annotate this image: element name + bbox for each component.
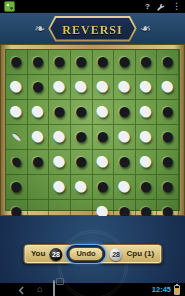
board-cell-a3[interactable]: ● [6,100,28,125]
android-status-bar: ? ⋮ [0,0,185,13]
white-disc: ● [160,74,175,98]
white-disc: ● [9,74,24,98]
reversi-app-screen: ? ⋮ ❧ REVERSI ❧ ●●●●●●●●●●●●●●●●●●●●●●●●… [0,0,185,296]
cpu-score-disc: 28 [110,248,123,261]
white-disc: ● [117,74,132,98]
white-disc: ● [9,99,24,123]
black-disc: ● [9,49,24,73]
black-disc: ● [139,49,154,73]
white-disc: ● [52,124,67,148]
white-disc: ● [96,74,111,98]
undo-button[interactable]: Undo [68,247,103,261]
page-title: REVERSI [62,23,122,37]
help-icon[interactable]: ? [145,3,150,11]
white-disc: ● [31,99,46,123]
score-bar: You 28 Undo 28 Cpu (1) [23,244,162,264]
lower-panel: You 28 Undo 28 Cpu (1) [0,216,185,283]
notification-app-icon[interactable] [4,1,15,12]
black-disc: ● [117,49,132,73]
battery-icon [174,285,180,295]
black-disc: ● [160,149,175,173]
white-disc: ● [31,124,46,148]
board-frame: ●●●●●●●●●●●●●●●●●●●●●●●●●●●●●●●●●●●●●●●●… [0,44,185,216]
white-disc: ● [139,99,154,123]
black-disc: ● [74,49,89,73]
title-banner: REVERSI [48,16,136,42]
board-cell-d6[interactable]: ● [71,175,93,200]
flipping-disc: ● [5,127,26,147]
white-disc: ● [52,174,67,198]
cpu-label: Cpu (1) [127,250,155,258]
black-disc: ● [160,124,175,148]
white-disc: ● [139,124,154,148]
shell-ornament-right: ❧ [140,22,151,35]
black-disc: ● [9,174,24,198]
white-disc: ● [96,149,111,173]
header: ❧ REVERSI ❧ [0,13,185,44]
black-disc: ● [31,149,46,173]
undo-button-wrap: Undo [66,245,105,263]
black-disc: ● [74,124,89,148]
board-cell-a4[interactable]: ● [6,125,28,150]
home-button[interactable]: ⌂ [37,285,42,294]
black-disc: ● [31,49,46,73]
white-disc: ● [139,74,154,98]
white-disc: ● [74,174,89,198]
white-disc: ● [52,74,67,98]
black-disc: ● [52,99,67,123]
black-disc: ● [31,74,46,98]
black-disc: ● [96,49,111,73]
clock: 12:45 [152,286,171,294]
black-disc: ● [117,149,132,173]
black-disc: ● [96,174,111,198]
shell-ornament-left: ❧ [34,22,45,35]
black-disc: ● [160,174,175,198]
you-label: You [31,250,46,258]
flipping-disc: ● [5,148,27,174]
black-disc: ● [117,99,132,123]
white-disc: ● [52,149,67,173]
white-disc: ● [117,124,132,148]
board: ●●●●●●●●●●●●●●●●●●●●●●●●●●●●●●●●●●●●●●●●… [5,49,180,211]
white-disc: ● [74,74,89,98]
black-disc: ● [160,49,175,73]
black-disc: ● [160,99,175,123]
white-disc: ● [117,174,132,198]
board-cell-b5[interactable]: ● [28,150,50,175]
you-score-disc: 28 [49,248,62,261]
black-disc: ● [96,124,111,148]
overflow-menu-icon[interactable]: ⋮ [172,2,181,11]
black-disc: ● [74,149,89,173]
black-disc: ● [74,99,89,123]
board-cell-b6[interactable] [28,175,50,200]
white-disc: ● [139,149,154,173]
board-cell-c6[interactable]: ● [49,175,71,200]
black-disc: ● [52,49,67,73]
black-disc: ● [139,174,154,198]
white-disc: ● [96,99,111,123]
